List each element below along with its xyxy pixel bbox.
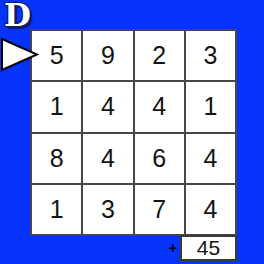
row-pointer-triangle-right-icon[interactable] xyxy=(0,36,40,74)
grid-cell[interactable]: 3 xyxy=(186,31,235,80)
grid-cell[interactable]: 2 xyxy=(135,31,184,80)
number-grid: 5923144184641374 xyxy=(30,29,237,236)
grid-cell[interactable]: 3 xyxy=(83,185,132,234)
grid-cell[interactable]: 4 xyxy=(83,134,132,183)
grid-cell[interactable]: 1 xyxy=(32,185,81,234)
grid-cell[interactable]: 6 xyxy=(135,134,184,183)
app-logo-letter-d: D xyxy=(4,0,31,33)
grid-cell[interactable]: 4 xyxy=(186,185,235,234)
grid-cell[interactable]: 8 xyxy=(32,134,81,183)
grid-cell[interactable]: 1 xyxy=(186,82,235,131)
grid-cell[interactable]: 1 xyxy=(32,82,81,131)
grid-cell[interactable]: 4 xyxy=(83,82,132,131)
sum-value-box: 45 xyxy=(180,235,237,261)
grid-cell[interactable]: 9 xyxy=(83,31,132,80)
grid-cell[interactable]: 7 xyxy=(135,185,184,234)
grid-cell[interactable]: 4 xyxy=(135,82,184,131)
grid-cell[interactable]: 4 xyxy=(186,134,235,183)
